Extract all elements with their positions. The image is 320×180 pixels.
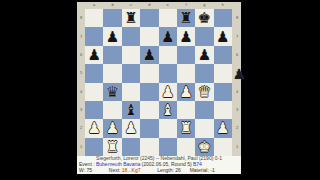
square-a6: ♟ <box>85 46 103 64</box>
square-c8: ♜ <box>122 9 140 27</box>
square-a7 <box>85 27 103 45</box>
square-h4 <box>214 83 232 101</box>
piece-wr: ♜ <box>179 119 192 137</box>
square-c7 <box>122 27 140 45</box>
coord-label: 7 <box>233 27 241 45</box>
coord-label: 4 <box>77 83 85 101</box>
square-h8 <box>214 9 232 27</box>
square-f5 <box>177 64 195 82</box>
piece-br: ♜ <box>179 9 192 27</box>
piece-bp: ♟ <box>179 28 192 46</box>
piece-bp: ♟ <box>161 28 174 46</box>
square-b6 <box>103 46 121 64</box>
square-e6 <box>159 46 177 64</box>
chess-board: ♜♜♚♟♟♟♟♟♟♟♛♟♟♛♝♝♟♟♟♜♟♜♚ <box>85 9 232 156</box>
w-value: 75 <box>86 167 92 173</box>
coord-label: b <box>103 3 121 8</box>
piece-wp: ♟ <box>216 119 229 137</box>
square-f2: ♜ <box>177 119 195 137</box>
coord-label: 4 <box>233 83 241 101</box>
coord-label: f <box>177 3 195 8</box>
coord-label: a <box>85 3 103 8</box>
square-h6 <box>214 46 232 64</box>
coord-label: 6 <box>233 46 241 64</box>
stats-line: W: 75 Next: 18...Kg7 Length: 26 Material… <box>77 168 241 174</box>
piece-wp: ♟ <box>161 83 174 101</box>
square-d8 <box>140 9 158 27</box>
square-f7: ♟ <box>177 27 195 45</box>
piece-bb: ♝ <box>124 101 137 119</box>
chess-board-frame: abcdefgh abcdefgh 87654321 87654321 ♜♜♚♟… <box>77 2 241 156</box>
piece-wq: ♛ <box>198 83 211 101</box>
square-d1 <box>140 138 158 156</box>
square-d4 <box>140 83 158 101</box>
square-a5 <box>85 64 103 82</box>
square-a3 <box>85 101 103 119</box>
square-d3 <box>140 101 158 119</box>
coord-label: g <box>195 3 213 8</box>
coord-label: 1 <box>77 138 85 156</box>
coord-label: 3 <box>77 101 85 119</box>
coord-label: 1 <box>233 138 241 156</box>
piece-wr: ♜ <box>106 138 119 156</box>
square-d5 <box>140 64 158 82</box>
coord-label: 2 <box>233 119 241 137</box>
coord-label: 3 <box>233 101 241 119</box>
piece-br: ♜ <box>124 9 137 27</box>
square-c3: ♝ <box>122 101 140 119</box>
piece-wb: ♝ <box>161 101 174 119</box>
piece-wp: ♟ <box>106 119 119 137</box>
square-h3 <box>214 101 232 119</box>
square-c2: ♟ <box>122 119 140 137</box>
square-g2 <box>195 119 213 137</box>
square-c1 <box>122 138 140 156</box>
square-e7: ♟ <box>159 27 177 45</box>
piece-bp: ♟ <box>143 46 156 64</box>
coord-label: c <box>122 3 140 8</box>
piece-wk: ♚ <box>198 138 211 156</box>
rank-labels-left: 87654321 <box>77 9 85 156</box>
piece-wp: ♟ <box>179 83 192 101</box>
piece-bq: ♛ <box>106 83 119 101</box>
square-f3 <box>177 101 195 119</box>
square-e8 <box>159 9 177 27</box>
piece-bp: ♟ <box>216 28 229 46</box>
piece-wp: ♟ <box>124 119 137 137</box>
square-d2 <box>140 119 158 137</box>
square-e4: ♟ <box>159 83 177 101</box>
length-value: 26 <box>175 167 181 173</box>
w-label: W: <box>79 167 85 173</box>
square-g8: ♚ <box>195 9 213 27</box>
square-a2: ♟ <box>85 119 103 137</box>
piece-bp: ♟ <box>198 46 211 64</box>
square-b7: ♟ <box>103 27 121 45</box>
coord-label: 6 <box>77 46 85 64</box>
next-label: Next: <box>109 167 121 173</box>
coord-label: h <box>214 3 232 8</box>
coord-label: 2 <box>77 119 85 137</box>
square-f1 <box>177 138 195 156</box>
square-c4 <box>122 83 140 101</box>
square-b2: ♟ <box>103 119 121 137</box>
square-f4: ♟ <box>177 83 195 101</box>
coord-label: d <box>140 3 158 8</box>
video-frame: abcdefgh abcdefgh 87654321 87654321 ♜♜♚♟… <box>0 0 320 180</box>
square-h2: ♟ <box>214 119 232 137</box>
square-g5 <box>195 64 213 82</box>
piece-wp: ♟ <box>87 119 100 137</box>
square-g1: ♚ <box>195 138 213 156</box>
square-h7: ♟ <box>214 27 232 45</box>
coord-label: 8 <box>77 9 85 27</box>
piece-bp: ♟ <box>87 46 100 64</box>
square-b4: ♛ <box>103 83 121 101</box>
square-g3 <box>195 101 213 119</box>
square-g4: ♛ <box>195 83 213 101</box>
material-advantage-pawn-icon: ♟ <box>232 65 246 83</box>
square-g7 <box>195 27 213 45</box>
square-e2 <box>159 119 177 137</box>
length-label: Length: <box>157 167 174 173</box>
piece-bk: ♚ <box>198 9 211 27</box>
game-caption: Siegerfurth, Lorenz (2245) -- Nebendahl,… <box>77 156 241 174</box>
square-d7 <box>140 27 158 45</box>
coord-label: 5 <box>77 64 85 82</box>
piece-bp: ♟ <box>106 28 119 46</box>
next-move: 18...Kg7 <box>122 167 141 173</box>
square-a8 <box>85 9 103 27</box>
square-b8 <box>103 9 121 27</box>
material-label: Material: <box>190 167 209 173</box>
square-e1 <box>159 138 177 156</box>
square-b1: ♜ <box>103 138 121 156</box>
square-g6: ♟ <box>195 46 213 64</box>
file-labels-top: abcdefgh <box>85 3 232 8</box>
square-c6 <box>122 46 140 64</box>
square-a1 <box>85 138 103 156</box>
square-f6 <box>177 46 195 64</box>
square-d6: ♟ <box>140 46 158 64</box>
square-h1 <box>214 138 232 156</box>
square-b5 <box>103 64 121 82</box>
square-c5 <box>122 64 140 82</box>
square-b3 <box>103 101 121 119</box>
material-value: -1 <box>210 167 214 173</box>
coord-label: 7 <box>77 27 85 45</box>
square-f8: ♜ <box>177 9 195 27</box>
coord-label: e <box>159 3 177 8</box>
square-h5 <box>214 64 232 82</box>
square-e3: ♝ <box>159 101 177 119</box>
coord-label: 8 <box>233 9 241 27</box>
square-e5 <box>159 64 177 82</box>
square-a4 <box>85 83 103 101</box>
